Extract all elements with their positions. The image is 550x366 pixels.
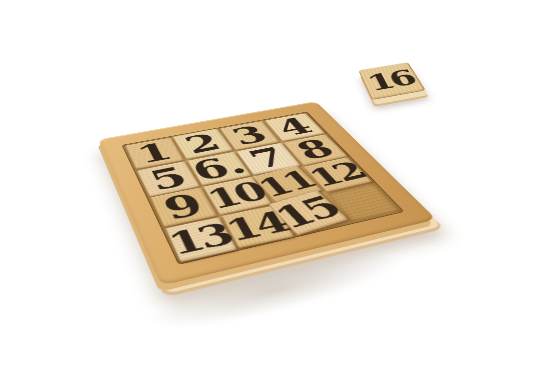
photo-stage: 1 2 3 4 5 6. 7 8 9 10 11 12 13 14 15 16 — [0, 0, 550, 366]
tile-16-loose[interactable]: 16 — [358, 62, 425, 100]
tile-grid: 1 2 3 4 5 6. 7 8 9 10 11 12 13 14 15 — [124, 113, 402, 263]
board-tray: 1 2 3 4 5 6. 7 8 9 10 11 12 13 14 15 — [122, 112, 405, 265]
